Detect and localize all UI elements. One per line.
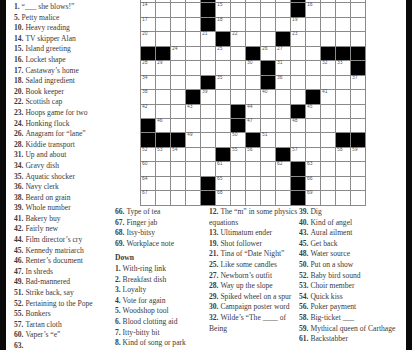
black-cell (291, 105, 306, 119)
grid-cell[interactable] (171, 177, 186, 191)
clue-item: 20. Book keeper (14, 87, 112, 98)
grid-cell[interactable] (186, 61, 201, 75)
grid-cell[interactable] (171, 162, 186, 176)
grid-cell[interactable] (186, 119, 201, 133)
grid-cell[interactable]: 28 (141, 61, 156, 75)
grid-cell[interactable]: 43 (186, 105, 201, 119)
clue-item: 18. Salad ingredient (14, 76, 112, 87)
grid-cell[interactable]: 15 (216, 3, 231, 17)
black-cell (306, 90, 321, 104)
cell-number: 42 (142, 105, 148, 109)
grid-cell[interactable] (156, 191, 171, 205)
clue-item: 14. TV skipper Alan (14, 34, 112, 45)
black-cell (141, 47, 156, 61)
grid-cell[interactable] (306, 76, 321, 90)
grid-cell[interactable] (186, 47, 201, 61)
grid-cell[interactable] (291, 90, 306, 104)
grid-cell[interactable] (201, 105, 216, 119)
grid-cell[interactable] (276, 119, 291, 133)
black-cell (246, 133, 261, 147)
down-header: Down (115, 253, 208, 264)
grid-cell[interactable]: 27 (276, 47, 291, 61)
grid-cell[interactable] (261, 119, 276, 133)
grid-cell[interactable]: 19 (291, 18, 306, 32)
grid-cell[interactable] (321, 105, 336, 119)
cell-number: 45 (307, 105, 313, 109)
grid-cell[interactable] (231, 191, 246, 205)
black-cell (351, 47, 366, 61)
grid-cell[interactable] (336, 105, 351, 119)
grid-cell[interactable]: 64 (141, 177, 156, 191)
grid-cell[interactable] (321, 3, 336, 17)
grid-cell[interactable] (171, 90, 186, 104)
clue-item: 67. Finger jab (115, 218, 208, 229)
clue-item: 56. Poker payment (299, 302, 401, 313)
cell-number: 57 (292, 148, 298, 152)
grid-cell[interactable]: 53 (156, 148, 171, 162)
grid-cell[interactable] (156, 162, 171, 176)
grid-cell[interactable] (336, 3, 351, 17)
grid-cell[interactable]: 55 (231, 148, 246, 162)
grid-cell[interactable] (321, 133, 336, 147)
grid-cell[interactable] (186, 76, 201, 90)
black-cell (321, 47, 336, 61)
grid-cell[interactable] (216, 61, 231, 75)
grid-cell[interactable]: 14 (141, 3, 156, 17)
grid-cell[interactable] (261, 32, 276, 46)
clue-item: 69. Workplace note (115, 239, 208, 250)
grid-cell[interactable]: 37 (351, 76, 366, 90)
grid-cell[interactable]: 39 (201, 90, 216, 104)
down-clues-column-2: 12. The “m” in some physics equations13.… (209, 207, 299, 334)
black-cell (216, 32, 231, 46)
grid-cell[interactable] (171, 76, 186, 90)
clue-item: 47. In shreds (14, 267, 112, 278)
black-cell (261, 61, 276, 75)
grid-cell[interactable] (156, 32, 171, 46)
clue-item: 5. Petty malice (14, 13, 112, 24)
cell-number: 31 (277, 61, 283, 65)
clue-item: 21. Tina of “Date Night” (209, 249, 299, 260)
clue-item: 3. Loyalty (115, 285, 208, 296)
grid-cell[interactable] (216, 119, 231, 133)
black-cell (291, 191, 306, 205)
down-clues-list: 1. With-ring link2. Breakfast dish3. Loy… (115, 264, 208, 350)
clue-item: 45. Get back (299, 239, 401, 250)
clue-item: 49. Bad-mannered (14, 277, 112, 288)
grid-cell[interactable] (156, 90, 171, 104)
grid-cell[interactable] (336, 177, 351, 191)
grid-cell[interactable] (171, 18, 186, 32)
cell-number: 27 (277, 47, 283, 51)
down-clues-column-3: 39. Dig40. Kind of angel43. Aural ailmen… (299, 207, 401, 345)
grid-cell[interactable] (306, 148, 321, 162)
black-cell (336, 133, 351, 147)
grid-cell[interactable]: 24 (171, 47, 186, 61)
clue-item: 1. “___ she blows!” (14, 2, 112, 13)
black-cell (201, 3, 216, 17)
grid-cell[interactable] (321, 119, 336, 133)
grid-cell[interactable] (336, 162, 351, 176)
cell-number: 66 (307, 177, 313, 181)
grid-cell[interactable] (351, 177, 366, 191)
grid-cell[interactable] (306, 47, 321, 61)
grid-cell[interactable] (201, 47, 216, 61)
cell-number: 54 (172, 148, 178, 152)
cell-number: 55 (232, 148, 238, 152)
grid-cell[interactable] (351, 162, 366, 176)
grid-cell[interactable] (186, 177, 201, 191)
grid-cell[interactable]: 22 (231, 32, 246, 46)
grid-cell[interactable] (246, 18, 261, 32)
grid-cell[interactable] (246, 32, 261, 46)
clue-item: 53. Choir member (299, 281, 401, 292)
grid-cell[interactable] (171, 3, 186, 17)
grid-cell[interactable] (306, 61, 321, 75)
grid-cell[interactable] (231, 47, 246, 61)
grid-cell[interactable] (186, 3, 201, 17)
grid-cell[interactable] (246, 90, 261, 104)
black-cell (141, 133, 156, 147)
cell-number: 59 (352, 148, 358, 152)
cell-number: 51 (262, 133, 268, 137)
grid-cell[interactable] (171, 191, 186, 205)
grid-cell[interactable] (156, 18, 171, 32)
grid-cell[interactable] (216, 90, 231, 104)
clue-item: 8. Kind of song or park (115, 338, 208, 349)
grid-cell[interactable] (156, 105, 171, 119)
cell-number: 21 (202, 32, 208, 36)
grid-cell[interactable]: 32 (321, 61, 336, 75)
grid-cell[interactable]: 68 (216, 191, 231, 205)
cell-number: 53 (157, 148, 163, 152)
cell-number: 40 (262, 90, 268, 94)
grid-cell[interactable] (321, 191, 336, 205)
black-cell (336, 47, 351, 61)
grid-cell[interactable]: 42 (141, 105, 156, 119)
black-cell (351, 133, 366, 147)
black-cell (171, 133, 186, 147)
grid-cell[interactable] (291, 133, 306, 147)
grid-cell[interactable] (261, 3, 276, 17)
clue-item: 54. Quick kiss (299, 292, 401, 303)
clue-item: 28. Kiddie transport (14, 140, 112, 151)
clue-item: 35. Aquatic shocker (14, 172, 112, 183)
grid-cell[interactable]: 46 (156, 119, 171, 133)
grid-cell[interactable] (351, 3, 366, 17)
grid-cell[interactable]: 48 (291, 119, 306, 133)
grid-cell[interactable] (321, 177, 336, 191)
grid-cell[interactable] (336, 76, 351, 90)
clue-item: 43. Aural ailment (299, 228, 401, 239)
clue-item: 61. Backstabber (299, 334, 401, 345)
clue-item: 68. Itsy-bitsy (115, 228, 208, 239)
cell-number: 58 (337, 148, 343, 152)
grid-cell[interactable]: 67 (141, 191, 156, 205)
cell-number: 65 (217, 177, 223, 181)
cell-number: 69 (307, 191, 313, 195)
cell-number: 34 (142, 76, 148, 80)
grid-cell[interactable] (276, 191, 291, 205)
clue-item: 60. Vaper’s “e” (14, 330, 112, 341)
clue-item: 6. Blood clotting aid (115, 317, 208, 328)
grid-cell[interactable] (321, 162, 336, 176)
grid-cell[interactable] (306, 32, 321, 46)
grid-cell[interactable] (231, 61, 246, 75)
clue-item: 66. Type of tea (115, 207, 208, 218)
cell-number: 25 (217, 47, 223, 51)
clue-item: 24. Honking flock (14, 119, 112, 130)
cell-number: 36 (277, 76, 283, 80)
grid-cell[interactable]: 23 (291, 32, 306, 46)
cell-number: 20 (142, 32, 148, 36)
grid-cell[interactable] (186, 32, 201, 46)
clue-item: 2. Breakfast dish (115, 275, 208, 286)
grid-cell[interactable] (246, 177, 261, 191)
grid-cell[interactable] (336, 191, 351, 205)
grid-cell[interactable]: 65 (216, 177, 231, 191)
clue-item: 16. Locket shape (14, 55, 112, 66)
black-cell (291, 3, 306, 17)
grid-cell[interactable] (351, 90, 366, 104)
grid-cell[interactable] (246, 191, 261, 205)
clue-item: 29. Spiked wheel on a spur (209, 292, 299, 303)
grid-cell[interactable] (351, 105, 366, 119)
cell-number: 63 (307, 162, 313, 166)
grid-cell[interactable] (351, 32, 366, 46)
grid-cell[interactable]: 49 (186, 133, 201, 147)
grid-cell[interactable]: 59 (351, 148, 366, 162)
cell-number: 62 (277, 162, 283, 166)
clue-item: 28. Way up the slope (209, 281, 299, 292)
grid-cell[interactable]: 62 (276, 162, 291, 176)
grid-cell[interactable] (246, 3, 261, 17)
grid-cell[interactable] (171, 61, 186, 75)
grid-cell[interactable]: 45 (306, 105, 321, 119)
clue-item: 38. Beard on grain (14, 193, 112, 204)
black-cell (201, 76, 216, 90)
grid-cell[interactable]: 29 (156, 61, 171, 75)
grid-cell[interactable] (336, 32, 351, 46)
clue-item: 4. Vote for again (115, 296, 208, 307)
grid-cell[interactable] (306, 18, 321, 32)
grid-cell[interactable]: 31 (276, 61, 291, 75)
clue-item: 1. With-ring link (115, 264, 208, 275)
grid-cell[interactable]: 34 (141, 76, 156, 90)
grid-cell[interactable] (336, 119, 351, 133)
black-cell (156, 133, 171, 147)
grid-cell[interactable]: 44 (246, 105, 261, 119)
grid-cell[interactable] (276, 177, 291, 191)
cell-number: 16 (307, 3, 313, 7)
grid-cell[interactable] (261, 177, 276, 191)
grid-cell[interactable] (321, 148, 336, 162)
grid-cell[interactable] (261, 18, 276, 32)
clue-item: 58. Big-ticket ___ (299, 313, 401, 324)
black-cell (351, 61, 366, 75)
grid-cell[interactable]: 47 (246, 119, 261, 133)
grid-cell[interactable]: 51 (261, 133, 276, 147)
grid-cell[interactable] (171, 32, 186, 46)
cell-number: 49 (187, 133, 193, 137)
clue-item: 51. Strike back, say (14, 288, 112, 299)
grid-cell[interactable] (231, 177, 246, 191)
grid-cell[interactable]: 57 (291, 148, 306, 162)
grid-cell[interactable] (276, 133, 291, 147)
grid-cell[interactable] (171, 105, 186, 119)
grid-cell[interactable]: 17 (141, 18, 156, 32)
grid-cell[interactable] (246, 76, 261, 90)
cell-number: 15 (217, 3, 223, 7)
clue-item: 26. Anagram for “lane” (14, 129, 112, 140)
grid-cell[interactable] (186, 148, 201, 162)
across-clues-continued: 66. Type of tea67. Finger jab68. Itsy-bi… (115, 207, 208, 249)
grid-cell[interactable] (276, 3, 291, 17)
cell-number: 56 (247, 148, 253, 152)
grid-cell[interactable]: 21 (201, 32, 216, 46)
black-cell (201, 177, 216, 191)
grid-cell[interactable]: 50 (231, 133, 246, 147)
clue-item: 55. Bonkers (14, 309, 112, 320)
grid-cell[interactable] (216, 133, 231, 147)
grid-cell[interactable]: 30 (246, 61, 261, 75)
grid-cell[interactable]: 54 (171, 148, 186, 162)
cell-number: 24 (172, 47, 178, 51)
clues-column-2: 66. Type of tea67. Finger jab68. Itsy-bi… (115, 207, 208, 350)
grid-cell[interactable]: 38 (141, 90, 156, 104)
grid-cell[interactable]: 18 (216, 18, 231, 32)
black-cell (201, 18, 216, 32)
grid-cell[interactable] (321, 18, 336, 32)
grid-cell[interactable] (276, 105, 291, 119)
crossword-grid: 1234567891011121314151617181920212223242… (140, 0, 366, 206)
black-cell (216, 148, 231, 162)
cell-number: 22 (232, 32, 238, 36)
grid-cell[interactable] (336, 90, 351, 104)
cell-number: 64 (142, 177, 148, 181)
grid-cell[interactable] (291, 76, 306, 90)
grid-cell[interactable] (201, 119, 216, 133)
clue-item: 31. Up and about (14, 150, 112, 161)
grid-cell[interactable] (201, 133, 216, 147)
grid-cell[interactable]: 61 (216, 162, 231, 176)
grid-cell[interactable] (351, 191, 366, 205)
grid-cell[interactable] (231, 18, 246, 32)
black-cell (186, 90, 201, 104)
clue-item: 46. Renter’s document (14, 256, 112, 267)
cell-number: 30 (247, 61, 253, 65)
cell-number: 43 (187, 105, 193, 109)
grid-cell[interactable] (201, 162, 216, 176)
cell-number: 41 (322, 90, 328, 94)
grid-cell[interactable]: 56 (246, 148, 261, 162)
cell-number: 29 (157, 61, 163, 65)
grid-cell[interactable]: 52 (141, 148, 156, 162)
grid-cell[interactable] (261, 162, 276, 176)
grid-cell[interactable] (291, 47, 306, 61)
clue-item: 45. Kennedy matriarch (14, 246, 112, 257)
grid-cell[interactable]: 16 (306, 3, 321, 17)
grid-cell[interactable] (216, 105, 231, 119)
cell-number: 67 (142, 191, 148, 195)
clue-item: 44. Film director’s cry (14, 235, 112, 246)
grid-cell[interactable]: 60 (141, 162, 156, 176)
clue-item: 25. Like some candles (209, 260, 299, 271)
grid-cell[interactable] (231, 3, 246, 17)
clue-item: 23. Hoops game for two (14, 108, 112, 119)
grid-cell[interactable]: 40 (261, 90, 276, 104)
grid-cell[interactable]: 25 (216, 47, 231, 61)
grid-cell[interactable]: 36 (276, 76, 291, 90)
grid-cell[interactable] (156, 177, 171, 191)
grid-cell[interactable] (156, 76, 171, 90)
clue-item: 17. Castaway’s home (14, 66, 112, 77)
grid-cell[interactable] (186, 162, 201, 176)
grid-cell[interactable] (156, 3, 171, 17)
grid-cell[interactable]: 35 (216, 76, 231, 90)
grid-cell[interactable]: 26 (261, 47, 276, 61)
grid-cell[interactable] (276, 90, 291, 104)
grid-cell[interactable] (291, 61, 306, 75)
clue-item: 7. Itty-bitty bit (115, 328, 208, 339)
clue-item: 40. Kind of angel (299, 218, 401, 229)
grid-cell[interactable] (261, 148, 276, 162)
clue-item: 59. Mythical queen of Carthage (299, 324, 401, 335)
grid-cell[interactable]: 58 (336, 148, 351, 162)
grid-cell[interactable]: 63 (306, 162, 321, 176)
grid-cell[interactable] (351, 119, 366, 133)
grid-cell[interactable] (306, 119, 321, 133)
cell-number: 23 (292, 32, 298, 36)
grid-cell[interactable] (306, 133, 321, 147)
grid-cell[interactable] (261, 105, 276, 119)
grid-cell[interactable]: 69 (306, 191, 321, 205)
grid-cell[interactable] (261, 191, 276, 205)
grid-cell[interactable] (336, 18, 351, 32)
grid-cell[interactable] (201, 148, 216, 162)
grid-cell[interactable] (321, 32, 336, 46)
across-clues-column: 1. “___ she blows!”5. Petty malice10. He… (14, 2, 112, 350)
cell-number: 50 (232, 133, 238, 137)
clue-item: 10. Heavy reading (14, 23, 112, 34)
clue-item: 5. Woodshop tool (115, 306, 208, 317)
grid-cell[interactable]: 20 (141, 32, 156, 46)
grid-cell[interactable] (186, 18, 201, 32)
grid-cell[interactable]: 41 (321, 90, 336, 104)
grid-cell[interactable] (351, 18, 366, 32)
cell-number: 60 (142, 162, 148, 166)
left-border-bar (0, 0, 6, 350)
grid-cell[interactable] (171, 119, 186, 133)
grid-cell[interactable] (186, 191, 201, 205)
grid-cell[interactable]: 66 (306, 177, 321, 191)
grid-cell[interactable] (231, 90, 246, 104)
cell-number: 37 (352, 76, 358, 80)
cell-number: 68 (217, 191, 223, 195)
cell-number: 33 (337, 61, 343, 65)
grid-cell[interactable] (321, 76, 336, 90)
black-cell (141, 119, 156, 133)
grid-cell[interactable] (231, 76, 246, 90)
grid-cell[interactable] (231, 162, 246, 176)
grid-cell[interactable] (201, 61, 216, 75)
grid-cell[interactable] (246, 162, 261, 176)
black-cell (231, 119, 246, 133)
cell-number: 44 (247, 105, 253, 109)
clue-item: 34. Gravy dish (14, 161, 112, 172)
grid-cell[interactable] (276, 18, 291, 32)
grid-cell[interactable]: 33 (336, 61, 351, 75)
